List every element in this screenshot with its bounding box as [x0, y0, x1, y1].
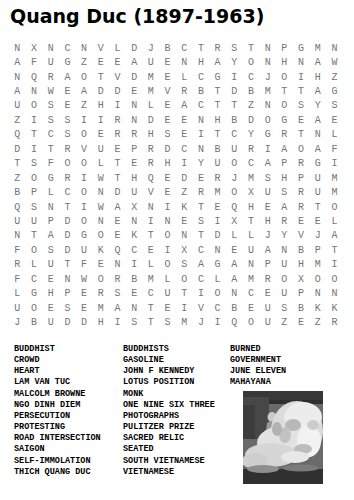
grid-cell: S	[109, 286, 126, 300]
grid-cell: G	[259, 128, 276, 142]
grid-cell: B	[226, 301, 243, 315]
grid-cell: R	[143, 142, 160, 156]
grid-cell: T	[193, 200, 210, 214]
grid-cell: X	[126, 200, 143, 214]
grid-cell: G	[26, 286, 43, 300]
grid-cell: G	[293, 41, 310, 55]
grid-cell: E	[259, 200, 276, 214]
grid-cell: Z	[9, 113, 26, 127]
grid-cell: I	[26, 113, 43, 127]
grid-cell: I	[76, 200, 93, 214]
grid-cell: H	[209, 113, 226, 127]
grid-cell: D	[59, 315, 76, 329]
grid-cell: R	[59, 142, 76, 156]
grid-cell: Q	[226, 315, 243, 329]
grid-cell: N	[176, 55, 193, 69]
grid-cell: G	[326, 84, 343, 98]
word-list-item: PROTESTING	[14, 422, 123, 433]
grid-cell: A	[193, 258, 210, 272]
grid-cell: D	[109, 84, 126, 98]
grid-cell: J	[259, 229, 276, 243]
grid-cell: R	[276, 128, 293, 142]
grid-cell: K	[126, 229, 143, 243]
grid-cell: C	[59, 185, 76, 199]
grid-cell: O	[243, 55, 260, 69]
grid-cell: U	[42, 315, 59, 329]
grid-cell: H	[126, 171, 143, 185]
grid-cell: N	[9, 229, 26, 243]
grid-cell: J	[9, 315, 26, 329]
word-list-item: BURNED	[230, 344, 286, 355]
grid-cell: E	[176, 214, 193, 228]
grid-cell: S	[42, 243, 59, 257]
grid-cell: U	[159, 286, 176, 300]
grid-cell: A	[76, 84, 93, 98]
grid-cell: U	[126, 185, 143, 199]
grid-cell: L	[92, 157, 109, 171]
grid-cell: V	[92, 41, 109, 55]
grid-cell: P	[293, 171, 310, 185]
grid-cell: S	[26, 200, 43, 214]
grid-cell: A	[209, 55, 226, 69]
grid-cell: R	[209, 171, 226, 185]
grid-cell: T	[243, 214, 260, 228]
grid-cell: K	[326, 301, 343, 315]
grid-cell: E	[159, 171, 176, 185]
grid-cell: R	[143, 157, 160, 171]
grid-cell: K	[176, 200, 193, 214]
grid-cell: O	[276, 272, 293, 286]
grid-cell: E	[126, 84, 143, 98]
word-column-1: BUDDHISTCROWDHEARTLAM VAN TUCMALCOLM BRO…	[14, 344, 123, 478]
grid-cell: N	[126, 113, 143, 127]
grid-cell: W	[42, 84, 59, 98]
grid-cell: L	[226, 229, 243, 243]
grid-cell: W	[92, 200, 109, 214]
grid-cell: N	[259, 99, 276, 113]
grid-cell: T	[209, 84, 226, 98]
grid-cell: X	[293, 272, 310, 286]
grid-cell: A	[109, 200, 126, 214]
burning-monk-image	[243, 391, 323, 484]
grid-cell: R	[293, 200, 310, 214]
grid-cell: T	[59, 258, 76, 272]
grid-cell: U	[26, 214, 43, 228]
word-list-item: CROWD	[14, 355, 123, 366]
word-list-item: SOUTH VIETNAMESE	[123, 456, 230, 467]
grid-cell: U	[92, 142, 109, 156]
grid-cell: N	[126, 99, 143, 113]
grid-cell: I	[109, 99, 126, 113]
grid-cell: X	[176, 243, 193, 257]
word-list-item: SEATED	[123, 444, 230, 455]
grid-cell: L	[26, 258, 43, 272]
grid-cell: E	[226, 243, 243, 257]
grid-cell: I	[226, 70, 243, 84]
grid-cell: C	[226, 128, 243, 142]
grid-cell: R	[243, 142, 260, 156]
grid-cell: N	[243, 258, 260, 272]
grid-cell: R	[293, 157, 310, 171]
grid-cell: E	[42, 301, 59, 315]
grid-cell: N	[92, 185, 109, 199]
page-title: Quang Duc (1897-1963)	[10, 5, 264, 27]
grid-cell: S	[193, 214, 210, 228]
grid-cell: L	[326, 128, 343, 142]
grid-cell: T	[293, 128, 310, 142]
grid-cell: M	[143, 272, 160, 286]
grid-cell: C	[26, 272, 43, 286]
grid-cell: S	[59, 113, 76, 127]
grid-cell: U	[276, 286, 293, 300]
grid-cell: H	[42, 286, 59, 300]
grid-cell: T	[193, 41, 210, 55]
grid-cell: O	[159, 229, 176, 243]
grid-cell: Z	[9, 171, 26, 185]
grid-cell: P	[309, 243, 326, 257]
grid-cell: N	[226, 286, 243, 300]
grid-cell: Q	[109, 243, 126, 257]
grid-cell: Z	[243, 99, 260, 113]
grid-cell: I	[193, 286, 210, 300]
grid-cell: R	[126, 128, 143, 142]
grid-cell: I	[76, 171, 93, 185]
grid-cell: A	[259, 157, 276, 171]
grid-cell: C	[243, 157, 260, 171]
grid-cell: I	[159, 200, 176, 214]
word-search-grid: NXNCNVLDJBCTRSTNPGMNAFUGZEEAUENHAYONHNAW…	[9, 41, 343, 330]
grid-cell: N	[42, 200, 59, 214]
grid-cell: T	[42, 142, 59, 156]
grid-cell: S	[42, 113, 59, 127]
grid-cell: E	[293, 315, 310, 329]
grid-cell: P	[126, 142, 143, 156]
grid-cell: M	[326, 185, 343, 199]
grid-cell: L	[143, 258, 160, 272]
grid-cell: E	[243, 301, 260, 315]
grid-cell: N	[176, 229, 193, 243]
grid-cell: M	[209, 185, 226, 199]
grid-cell: T	[276, 84, 293, 98]
grid-cell: S	[259, 171, 276, 185]
word-list-item: PERSECUTION	[14, 411, 123, 422]
word-list-item: JUNE ELEVEN	[230, 366, 286, 377]
grid-cell: C	[243, 286, 260, 300]
grid-cell: E	[309, 214, 326, 228]
grid-cell: A	[126, 55, 143, 69]
grid-cell: D	[209, 229, 226, 243]
grid-cell: V	[109, 70, 126, 84]
grid-cell: A	[276, 142, 293, 156]
grid-cell: C	[209, 301, 226, 315]
grid-cell: O	[92, 272, 109, 286]
grid-cell: S	[26, 157, 43, 171]
grid-cell: E	[76, 301, 93, 315]
grid-cell: A	[309, 55, 326, 69]
grid-cell: O	[293, 142, 310, 156]
grid-cell: O	[326, 272, 343, 286]
grid-cell: A	[9, 84, 26, 98]
grid-cell: Y	[309, 99, 326, 113]
grid-cell: E	[92, 258, 109, 272]
grid-cell: D	[9, 142, 26, 156]
grid-cell: U	[42, 55, 59, 69]
grid-cell: N	[9, 41, 26, 55]
grid-cell: F	[42, 157, 59, 171]
grid-cell: I	[143, 214, 160, 228]
grid-cell: A	[326, 229, 343, 243]
grid-cell: R	[109, 113, 126, 127]
grid-cell: R	[92, 286, 109, 300]
grid-cell: E	[92, 55, 109, 69]
grid-cell: N	[76, 41, 93, 55]
grid-cell: E	[126, 286, 143, 300]
grid-cell: R	[259, 272, 276, 286]
grid-cell: H	[159, 157, 176, 171]
grid-cell: E	[159, 99, 176, 113]
grid-cell: Z	[309, 315, 326, 329]
grid-cell: O	[76, 214, 93, 228]
grid-cell: Q	[9, 200, 26, 214]
grid-cell: O	[159, 258, 176, 272]
grid-cell: T	[309, 200, 326, 214]
grid-cell: O	[309, 272, 326, 286]
grid-cell: S	[293, 99, 310, 113]
grid-cell: E	[159, 185, 176, 199]
grid-cell: U	[9, 214, 26, 228]
grid-cell: K	[92, 243, 109, 257]
thich-quang-duc-photo	[243, 391, 323, 484]
grid-cell: S	[42, 99, 59, 113]
grid-cell: A	[176, 99, 193, 113]
grid-cell: H	[243, 200, 260, 214]
word-list-item: SACRED RELIC	[123, 433, 230, 444]
word-list-item: ROAD INTERSECTION	[14, 433, 123, 444]
grid-cell: U	[226, 142, 243, 156]
grid-cell: H	[259, 214, 276, 228]
grid-cell: U	[143, 55, 160, 69]
grid-cell: A	[59, 70, 76, 84]
grid-cell: R	[109, 128, 126, 142]
grid-cell: I	[326, 258, 343, 272]
grid-cell: O	[209, 286, 226, 300]
grid-cell: E	[42, 272, 59, 286]
grid-cell: E	[126, 157, 143, 171]
grid-cell: X	[226, 214, 243, 228]
grid-cell: H	[193, 55, 210, 69]
word-list-item: LAM VAN TUC	[14, 377, 123, 388]
grid-cell: I	[26, 142, 43, 156]
grid-cell: D	[126, 70, 143, 84]
grid-cell: O	[276, 70, 293, 84]
grid-cell: R	[276, 214, 293, 228]
grid-cell: I	[209, 214, 226, 228]
grid-cell: W	[76, 272, 93, 286]
grid-cell: I	[109, 315, 126, 329]
grid-cell: A	[226, 272, 243, 286]
grid-cell: O	[76, 185, 93, 199]
grid-cell: O	[259, 113, 276, 127]
word-list-item: HEART	[14, 366, 123, 377]
grid-cell: G	[76, 229, 93, 243]
grid-cell: R	[176, 84, 193, 98]
grid-cell: O	[26, 171, 43, 185]
grid-cell: A	[9, 55, 26, 69]
word-list-item: NGO DINH DIEM	[14, 400, 123, 411]
grid-cell: E	[176, 113, 193, 127]
grid-cell: U	[259, 185, 276, 199]
grid-cell: E	[293, 113, 310, 127]
grid-cell: O	[76, 157, 93, 171]
word-list-item: MONK	[123, 389, 230, 400]
grid-cell: U	[309, 185, 326, 199]
grid-cell: R	[193, 185, 210, 199]
grid-cell: F	[326, 142, 343, 156]
grid-cell: B	[26, 315, 43, 329]
word-list-item: BUDDHIST	[14, 344, 123, 355]
grid-cell: O	[226, 185, 243, 199]
grid-cell: W	[326, 55, 343, 69]
grid-cell: O	[176, 272, 193, 286]
word-list-item: MAHAYANA	[230, 377, 286, 388]
grid-cell: U	[243, 243, 260, 257]
grid-cell: N	[293, 55, 310, 69]
grid-cell: O	[26, 301, 43, 315]
grid-cell: T	[143, 301, 160, 315]
grid-cell: S	[126, 315, 143, 329]
grid-cell: L	[209, 272, 226, 286]
grid-cell: L	[243, 229, 260, 243]
grid-cell: P	[259, 258, 276, 272]
grid-cell: P	[276, 157, 293, 171]
grid-cell: H	[309, 70, 326, 84]
grid-cell: U	[309, 171, 326, 185]
grid-cell: D	[76, 315, 93, 329]
grid-cell: O	[276, 99, 293, 113]
grid-cell: A	[259, 243, 276, 257]
grid-cell: E	[109, 55, 126, 69]
grid-cell: N	[326, 41, 343, 55]
grid-cell: D	[126, 41, 143, 55]
grid-cell: I	[159, 243, 176, 257]
grid-cell: R	[59, 171, 76, 185]
word-list-item: GASOLINE	[123, 355, 230, 366]
grid-cell: R	[293, 185, 310, 199]
grid-cell: W	[92, 171, 109, 185]
grid-cell: G	[59, 55, 76, 69]
grid-cell: T	[176, 286, 193, 300]
grid-cell: J	[226, 171, 243, 185]
grid-cell: N	[276, 243, 293, 257]
grid-cell: R	[209, 41, 226, 55]
grid-cell: O	[26, 243, 43, 257]
grid-cell: T	[109, 171, 126, 185]
grid-cell: B	[159, 41, 176, 55]
grid-cell: E	[76, 286, 93, 300]
grid-cell: L	[159, 272, 176, 286]
grid-cell: I	[293, 70, 310, 84]
word-column-2: BUDDHISTSGASOLINEJOHN F KENNEDYLOTUS POS…	[123, 344, 230, 478]
grid-cell: F	[26, 55, 43, 69]
grid-cell: G	[309, 157, 326, 171]
word-list-item: SELF-IMMOLATION	[14, 456, 123, 467]
grid-cell: S	[159, 128, 176, 142]
grid-cell: T	[226, 99, 243, 113]
grid-cell: A	[309, 84, 326, 98]
grid-cell: B	[9, 185, 26, 199]
grid-cell: V	[143, 185, 160, 199]
grid-cell: Z	[76, 55, 93, 69]
grid-cell: E	[92, 128, 109, 142]
grid-cell: F	[9, 243, 26, 257]
grid-cell: N	[309, 286, 326, 300]
grid-cell: D	[176, 171, 193, 185]
grid-cell: E	[159, 113, 176, 127]
grid-cell: N	[259, 41, 276, 55]
grid-cell: O	[243, 315, 260, 329]
grid-cell: B	[293, 301, 310, 315]
grid-cell: U	[276, 258, 293, 272]
grid-cell: X	[26, 41, 43, 55]
grid-cell: D	[159, 142, 176, 156]
grid-cell: V	[159, 84, 176, 98]
grid-cell: H	[92, 99, 109, 113]
grid-cell: T	[92, 70, 109, 84]
grid-cell: O	[92, 229, 109, 243]
grid-cell: N	[143, 200, 160, 214]
grid-cell: Y	[243, 128, 260, 142]
grid-cell: U	[9, 99, 26, 113]
grid-cell: T	[26, 128, 43, 142]
grid-cell: C	[176, 142, 193, 156]
grid-cell: C	[176, 41, 193, 55]
grid-cell: A	[276, 200, 293, 214]
grid-cell: B	[126, 272, 143, 286]
grid-cell: T	[143, 315, 160, 329]
grid-cell: O	[76, 70, 93, 84]
grid-cell: B	[193, 84, 210, 98]
grid-cell: A	[309, 142, 326, 156]
grid-cell: A	[42, 229, 59, 243]
grid-cell: H	[143, 128, 160, 142]
grid-cell: N	[309, 128, 326, 142]
grid-cell: D	[92, 84, 109, 98]
grid-cell: N	[259, 55, 276, 69]
word-list-item: PULITZER PRIZE	[123, 422, 230, 433]
grid-cell: K	[309, 301, 326, 315]
grid-cell: U	[259, 301, 276, 315]
grid-cell: N	[126, 214, 143, 228]
grid-cell: R	[109, 272, 126, 286]
word-list-item: MALCOLM BROWNE	[14, 389, 123, 400]
grid-cell: N	[126, 301, 143, 315]
grid-cell: P	[59, 286, 76, 300]
grid-cell: Q	[143, 171, 160, 185]
grid-cell: Y	[193, 157, 210, 171]
grid-cell: M	[309, 41, 326, 55]
grid-cell: Q	[9, 128, 26, 142]
grid-cell: G	[42, 171, 59, 185]
grid-cell: M	[259, 84, 276, 98]
grid-cell: S	[59, 128, 76, 142]
grid-cell: N	[26, 84, 43, 98]
grid-cell: T	[293, 84, 310, 98]
grid-cell: O	[226, 157, 243, 171]
grid-cell: I	[209, 315, 226, 329]
grid-cell: D	[59, 229, 76, 243]
grid-cell: E	[159, 70, 176, 84]
grid-cell: M	[243, 171, 260, 185]
